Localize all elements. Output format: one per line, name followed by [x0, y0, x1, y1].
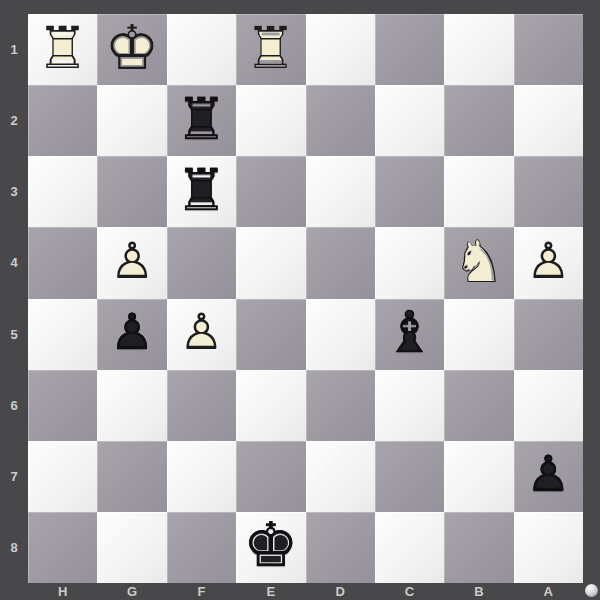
square-a1[interactable] [514, 14, 583, 85]
side-to-move-indicator [585, 584, 598, 597]
square-h6[interactable] [28, 370, 97, 441]
white-knight[interactable]: ♞♘ [444, 227, 513, 298]
square-b4[interactable]: ♞♘ [444, 227, 513, 298]
square-h2[interactable] [28, 85, 97, 156]
square-e6[interactable] [236, 370, 305, 441]
square-f8[interactable] [167, 512, 236, 583]
square-a3[interactable] [514, 156, 583, 227]
square-f5[interactable]: ♟♙ [167, 299, 236, 370]
square-b2[interactable] [444, 85, 513, 156]
black-pawn-outline: ♙ [526, 449, 571, 499]
white-pawn-outline: ♙ [110, 236, 155, 286]
square-c5[interactable]: ♝♗ [375, 299, 444, 370]
square-c7[interactable] [375, 441, 444, 512]
file-label-a: A [514, 583, 583, 600]
rank-label-4: 4 [0, 227, 28, 298]
square-h3[interactable] [28, 156, 97, 227]
file-label-g: G [97, 583, 166, 600]
white-rook-outline: ♖ [245, 18, 297, 76]
black-bishop[interactable]: ♝♗ [375, 299, 444, 370]
rank-label-1: 1 [0, 14, 28, 85]
black-pawn[interactable]: ♟♙ [514, 441, 583, 512]
chess-board: ♜♖♚♔♜♖♜♖♜♖♟♙♞♘♟♙♟♙♟♙♝♗♟♙♚♔ [28, 14, 583, 583]
square-e1[interactable]: ♜♖ [236, 14, 305, 85]
rank-label-7: 7 [0, 441, 28, 512]
black-rook-outline: ♖ [175, 160, 227, 218]
square-a8[interactable] [514, 512, 583, 583]
square-d4[interactable] [306, 227, 375, 298]
file-labels: HGFEDCBA [28, 583, 583, 600]
square-f1[interactable] [167, 14, 236, 85]
rank-label-2: 2 [0, 85, 28, 156]
file-label-h: H [28, 583, 97, 600]
white-pawn-outline: ♙ [526, 236, 571, 286]
square-c1[interactable] [375, 14, 444, 85]
white-pawn-outline: ♙ [179, 307, 224, 357]
white-king-outline: ♔ [104, 16, 160, 78]
square-g8[interactable] [97, 512, 166, 583]
square-d5[interactable] [306, 299, 375, 370]
square-d7[interactable] [306, 441, 375, 512]
white-pawn[interactable]: ♟♙ [97, 227, 166, 298]
square-c3[interactable] [375, 156, 444, 227]
rank-label-8: 8 [0, 512, 28, 583]
white-king[interactable]: ♚♔ [97, 14, 166, 85]
square-b8[interactable] [444, 512, 513, 583]
square-f7[interactable] [167, 441, 236, 512]
white-pawn[interactable]: ♟♙ [514, 227, 583, 298]
square-f6[interactable] [167, 370, 236, 441]
black-rook-outline: ♖ [175, 89, 227, 147]
black-pawn[interactable]: ♟♙ [97, 299, 166, 370]
file-label-b: B [444, 583, 513, 600]
chess-app-window: 12345678 ♜♖♚♔♜♖♜♖♜♖♟♙♞♘♟♙♟♙♟♙♝♗♟♙♚♔ HGFE… [0, 0, 600, 600]
file-label-e: E [236, 583, 305, 600]
rank-label-5: 5 [0, 299, 28, 370]
square-c6[interactable] [375, 370, 444, 441]
square-b5[interactable] [444, 299, 513, 370]
square-d1[interactable] [306, 14, 375, 85]
square-b1[interactable] [444, 14, 513, 85]
square-d2[interactable] [306, 85, 375, 156]
square-a6[interactable] [514, 370, 583, 441]
rank-label-6: 6 [0, 370, 28, 441]
square-a7[interactable]: ♟♙ [514, 441, 583, 512]
square-a5[interactable] [514, 299, 583, 370]
square-b3[interactable] [444, 156, 513, 227]
square-g7[interactable] [97, 441, 166, 512]
file-label-f: F [167, 583, 236, 600]
square-e7[interactable] [236, 441, 305, 512]
white-rook-outline: ♖ [37, 18, 89, 76]
square-e3[interactable] [236, 156, 305, 227]
black-king-outline: ♔ [243, 514, 299, 576]
square-d8[interactable] [306, 512, 375, 583]
square-h7[interactable] [28, 441, 97, 512]
white-rook[interactable]: ♜♖ [28, 14, 97, 85]
rank-labels: 12345678 [0, 14, 28, 583]
square-e2[interactable] [236, 85, 305, 156]
white-knight-outline: ♘ [452, 231, 506, 291]
black-rook[interactable]: ♜♖ [167, 85, 236, 156]
square-b7[interactable] [444, 441, 513, 512]
square-g5[interactable]: ♟♙ [97, 299, 166, 370]
black-king[interactable]: ♚♔ [236, 512, 305, 583]
square-h1[interactable]: ♜♖ [28, 14, 97, 85]
square-e5[interactable] [236, 299, 305, 370]
square-c8[interactable] [375, 512, 444, 583]
square-f2[interactable]: ♜♖ [167, 85, 236, 156]
black-bishop-outline: ♗ [384, 303, 436, 361]
square-h5[interactable] [28, 299, 97, 370]
square-f3[interactable]: ♜♖ [167, 156, 236, 227]
file-label-d: D [306, 583, 375, 600]
square-b6[interactable] [444, 370, 513, 441]
black-pawn-outline: ♙ [110, 307, 155, 357]
square-e4[interactable] [236, 227, 305, 298]
square-d6[interactable] [306, 370, 375, 441]
file-label-c: C [375, 583, 444, 600]
square-h8[interactable] [28, 512, 97, 583]
square-d3[interactable] [306, 156, 375, 227]
rank-label-3: 3 [0, 156, 28, 227]
square-g4[interactable]: ♟♙ [97, 227, 166, 298]
square-c2[interactable] [375, 85, 444, 156]
square-c4[interactable] [375, 227, 444, 298]
square-g1[interactable]: ♚♔ [97, 14, 166, 85]
square-g3[interactable] [97, 156, 166, 227]
square-a2[interactable] [514, 85, 583, 156]
square-a4[interactable]: ♟♙ [514, 227, 583, 298]
square-h4[interactable] [28, 227, 97, 298]
square-f4[interactable] [167, 227, 236, 298]
white-rook[interactable]: ♜♖ [236, 14, 305, 85]
black-rook[interactable]: ♜♖ [167, 156, 236, 227]
square-g2[interactable] [97, 85, 166, 156]
square-e8[interactable]: ♚♔ [236, 512, 305, 583]
white-pawn[interactable]: ♟♙ [167, 299, 236, 370]
square-g6[interactable] [97, 370, 166, 441]
